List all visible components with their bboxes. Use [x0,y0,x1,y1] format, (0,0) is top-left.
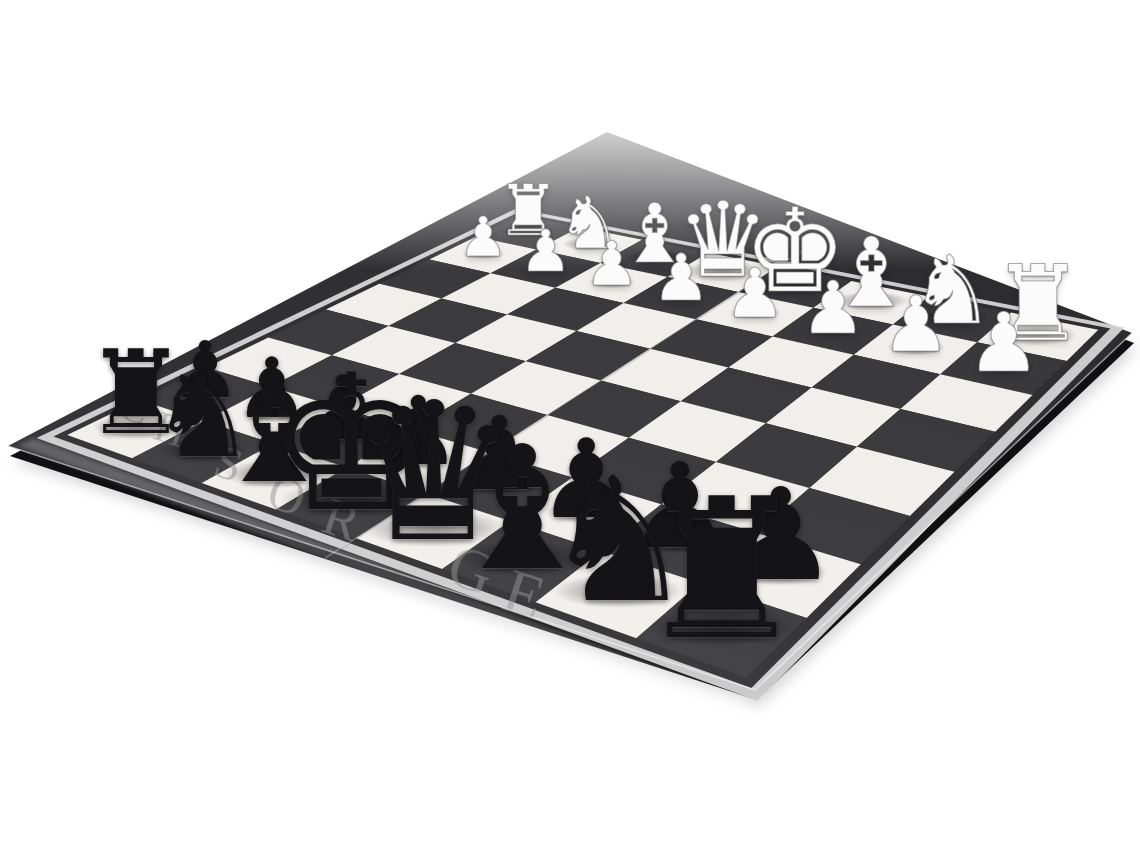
piece-white-pawn[interactable]: ♟ [724,259,785,327]
chess-set-photo: CHSORGE ♜♞♟♝♟♛♟♚♟♝♟♞♟♜♟♟♟♟♜♟♞♟♝♟♚♟♛♟♝♟♞♜ [0,0,1140,855]
piece-white-pawn[interactable]: ♟ [652,246,710,311]
piece-white-pawn[interactable]: ♟ [881,287,950,364]
piece-white-pawn[interactable]: ♟ [584,233,639,294]
piece-black-rook[interactable]: ♜ [635,473,809,667]
piece-white-pawn[interactable]: ♟ [800,272,865,345]
piece-white-pawn[interactable]: ♟ [967,302,1041,384]
piece-white-pawn[interactable]: ♟ [458,210,507,265]
piece-white-pawn[interactable]: ♟ [520,222,572,280]
